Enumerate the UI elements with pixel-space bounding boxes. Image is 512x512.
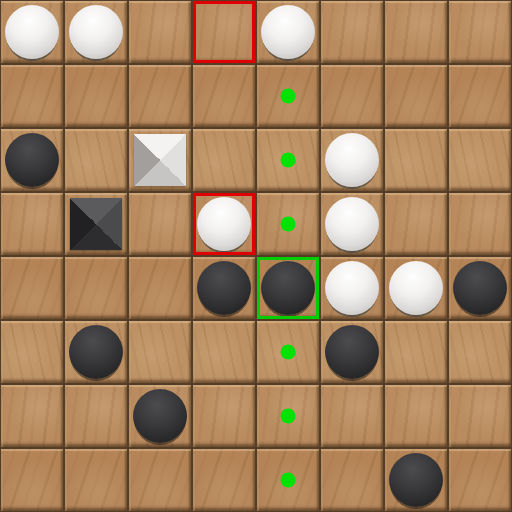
black-disc[interactable]	[261, 261, 315, 315]
black-disc[interactable]	[197, 261, 251, 315]
cell-r4c3[interactable]	[192, 256, 256, 320]
cell-r2c3[interactable]	[192, 128, 256, 192]
legal-move-dot[interactable]	[281, 473, 296, 488]
white-disc[interactable]	[389, 261, 443, 315]
cell-r2c2[interactable]	[128, 128, 192, 192]
cell-r7c6[interactable]	[384, 448, 448, 512]
cell-r2c1[interactable]	[64, 128, 128, 192]
legal-move-dot[interactable]	[281, 345, 296, 360]
white-disc[interactable]	[197, 197, 251, 251]
cell-r1c2[interactable]	[128, 64, 192, 128]
cell-r5c1[interactable]	[64, 320, 128, 384]
cell-r5c2[interactable]	[128, 320, 192, 384]
white-disc[interactable]	[325, 197, 379, 251]
cell-r7c2[interactable]	[128, 448, 192, 512]
cell-r6c0[interactable]	[0, 384, 64, 448]
legal-move-dot[interactable]	[281, 409, 296, 424]
cell-r5c5[interactable]	[320, 320, 384, 384]
cell-r0c1[interactable]	[64, 0, 128, 64]
cell-r7c1[interactable]	[64, 448, 128, 512]
cell-r7c7[interactable]	[448, 448, 512, 512]
cell-r2c0[interactable]	[0, 128, 64, 192]
cell-r2c6[interactable]	[384, 128, 448, 192]
cell-r1c5[interactable]	[320, 64, 384, 128]
cell-r0c0[interactable]	[0, 0, 64, 64]
cell-r1c1[interactable]	[64, 64, 128, 128]
white-disc[interactable]	[325, 133, 379, 187]
cell-r5c0[interactable]	[0, 320, 64, 384]
cell-r6c2[interactable]	[128, 384, 192, 448]
cell-r0c6[interactable]	[384, 0, 448, 64]
cell-r5c6[interactable]	[384, 320, 448, 384]
black-disc[interactable]	[5, 133, 59, 187]
cell-r7c5[interactable]	[320, 448, 384, 512]
cell-r1c7[interactable]	[448, 64, 512, 128]
legal-move-dot[interactable]	[281, 217, 296, 232]
cell-r4c2[interactable]	[128, 256, 192, 320]
cell-r6c4[interactable]	[256, 384, 320, 448]
cell-r6c5[interactable]	[320, 384, 384, 448]
last-move-highlight-red	[193, 1, 255, 63]
white-disc[interactable]	[325, 261, 379, 315]
cell-r0c4[interactable]	[256, 0, 320, 64]
cell-r3c2[interactable]	[128, 192, 192, 256]
cell-r2c7[interactable]	[448, 128, 512, 192]
cell-r0c5[interactable]	[320, 0, 384, 64]
cell-r2c4[interactable]	[256, 128, 320, 192]
cell-r4c1[interactable]	[64, 256, 128, 320]
cell-r5c7[interactable]	[448, 320, 512, 384]
cell-r3c4[interactable]	[256, 192, 320, 256]
cell-r7c4[interactable]	[256, 448, 320, 512]
cell-r3c7[interactable]	[448, 192, 512, 256]
legal-move-dot[interactable]	[281, 153, 296, 168]
cell-r0c7[interactable]	[448, 0, 512, 64]
cell-r7c3[interactable]	[192, 448, 256, 512]
cell-r4c5[interactable]	[320, 256, 384, 320]
black-pyramid[interactable]	[70, 198, 122, 250]
cell-r4c0[interactable]	[0, 256, 64, 320]
black-disc[interactable]	[453, 261, 507, 315]
cell-r3c5[interactable]	[320, 192, 384, 256]
black-disc[interactable]	[389, 453, 443, 507]
legal-move-dot[interactable]	[281, 89, 296, 104]
white-pyramid[interactable]	[134, 134, 186, 186]
cell-r1c0[interactable]	[0, 64, 64, 128]
cell-r3c6[interactable]	[384, 192, 448, 256]
cell-r6c7[interactable]	[448, 384, 512, 448]
cell-r6c6[interactable]	[384, 384, 448, 448]
white-disc[interactable]	[261, 5, 315, 59]
black-disc[interactable]	[133, 389, 187, 443]
cell-r5c3[interactable]	[192, 320, 256, 384]
cell-r6c1[interactable]	[64, 384, 128, 448]
cell-r0c2[interactable]	[128, 0, 192, 64]
cell-r6c3[interactable]	[192, 384, 256, 448]
white-disc[interactable]	[69, 5, 123, 59]
black-disc[interactable]	[69, 325, 123, 379]
cell-r3c0[interactable]	[0, 192, 64, 256]
cell-r4c7[interactable]	[448, 256, 512, 320]
cell-r5c4[interactable]	[256, 320, 320, 384]
cell-r2c5[interactable]	[320, 128, 384, 192]
cell-r7c0[interactable]	[0, 448, 64, 512]
cell-r1c4[interactable]	[256, 64, 320, 128]
cell-r3c3[interactable]	[192, 192, 256, 256]
cell-r0c3[interactable]	[192, 0, 256, 64]
game-board	[0, 0, 512, 512]
cell-r1c3[interactable]	[192, 64, 256, 128]
cell-r3c1[interactable]	[64, 192, 128, 256]
cell-r1c6[interactable]	[384, 64, 448, 128]
white-disc[interactable]	[5, 5, 59, 59]
cell-r4c4[interactable]	[256, 256, 320, 320]
cell-r4c6[interactable]	[384, 256, 448, 320]
black-disc[interactable]	[325, 325, 379, 379]
